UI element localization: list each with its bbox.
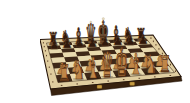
piece-white-king-e1: ♚ [115, 39, 128, 85]
piece-black-pawn-c7: ♟ [75, 34, 85, 50]
piece-white-queen-d1: ♛ [101, 44, 114, 85]
piece-white-bishop-f1: ♝ [130, 48, 142, 81]
border-mark-left [46, 55, 47, 56]
square-a5 [50, 53, 65, 58]
border-mark-right [153, 41, 154, 43]
border-mark-left [43, 42, 44, 43]
piece-black-pawn-d7: ♟ [87, 34, 97, 50]
piece-white-knight-b1: ♞ [72, 56, 84, 86]
piece-white-rook-h1: ♜ [158, 52, 171, 77]
border-mark-right [156, 44, 157, 46]
cream-finial [90, 21, 92, 23]
border-mark-left [47, 60, 48, 61]
piece-white-knight-g1: ♞ [144, 49, 156, 79]
border-mark-left [44, 46, 45, 47]
chess-board: ♜♞♝♛♚♝♞♜♟♟♟♟♟♟♟♟♟♟♟♟♟♟♟♟♜♞♝♛♚♝♞♜ [40, 16, 190, 103]
border-mark-right [151, 37, 152, 39]
border-mark-right [159, 48, 160, 50]
border-mark-left [51, 73, 52, 74]
border-mark-left [52, 81, 53, 82]
brass-clasp-1 [97, 85, 102, 88]
piece-white-bishop-c1: ♝ [87, 51, 99, 84]
piece-black-pawn-a7: ♟ [49, 36, 59, 52]
cream-finial [102, 18, 104, 20]
piece-white-rook-a1: ♜ [58, 60, 71, 85]
piece-black-pawn-h7: ♟ [138, 31, 148, 47]
border-mark-left [49, 67, 50, 68]
piece-black-pawn-b7: ♟ [62, 35, 72, 51]
chess-set-photo: ♜♞♝♛♚♝♞♜♟♟♟♟♟♟♟♟♟♟♟♟♟♟♟♟♜♞♝♛♚♝♞♜ [40, 16, 190, 103]
brass-clasp-2 [130, 82, 135, 85]
border-mark-left [45, 50, 46, 51]
border-mark-right [175, 70, 176, 72]
